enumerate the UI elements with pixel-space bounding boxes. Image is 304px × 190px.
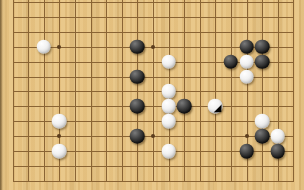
go-board[interactable] bbox=[0, 0, 304, 190]
stone-black[interactable] bbox=[255, 129, 270, 144]
stone-black[interactable] bbox=[255, 39, 270, 54]
grid-line-horizontal bbox=[13, 2, 295, 3]
grid-line-horizontal bbox=[13, 181, 295, 182]
stone-black[interactable] bbox=[130, 99, 145, 114]
stone-black[interactable] bbox=[130, 69, 145, 84]
star-point bbox=[245, 134, 249, 138]
stone-black[interactable] bbox=[130, 39, 145, 54]
stone-white[interactable] bbox=[239, 69, 254, 84]
stone-white-marked[interactable] bbox=[208, 99, 223, 114]
stone-black[interactable] bbox=[239, 144, 254, 159]
stone-black[interactable] bbox=[130, 129, 145, 144]
grid-line-horizontal bbox=[13, 166, 295, 167]
triangle-marker-icon bbox=[213, 104, 221, 113]
stone-white[interactable] bbox=[52, 144, 67, 159]
star-point bbox=[57, 45, 61, 49]
stone-white[interactable] bbox=[161, 84, 176, 99]
stone-white[interactable] bbox=[52, 114, 67, 129]
star-point bbox=[151, 45, 155, 49]
star-point bbox=[57, 134, 61, 138]
stone-black[interactable] bbox=[224, 54, 239, 69]
stone-black[interactable] bbox=[270, 144, 285, 159]
stone-white[interactable] bbox=[36, 39, 51, 54]
grid-line-horizontal bbox=[13, 17, 295, 18]
stone-white[interactable] bbox=[161, 114, 176, 129]
stone-black[interactable] bbox=[177, 99, 192, 114]
stone-white[interactable] bbox=[161, 99, 176, 114]
stone-black[interactable] bbox=[239, 39, 254, 54]
stone-white[interactable] bbox=[239, 54, 254, 69]
grid-line-horizontal bbox=[13, 106, 295, 107]
stone-black[interactable] bbox=[255, 54, 270, 69]
grid-line-horizontal bbox=[13, 91, 295, 92]
star-point bbox=[151, 134, 155, 138]
stone-white[interactable] bbox=[270, 129, 285, 144]
stone-white[interactable] bbox=[255, 114, 270, 129]
stone-white[interactable] bbox=[161, 144, 176, 159]
stone-white[interactable] bbox=[161, 54, 176, 69]
grid-line-horizontal bbox=[13, 32, 295, 33]
